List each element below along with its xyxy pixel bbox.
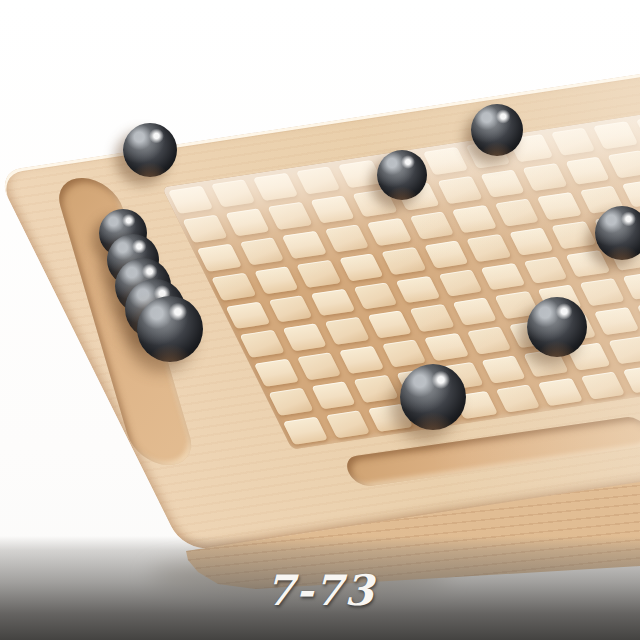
grid-cell[interactable] [608,150,640,178]
grid-cell[interactable] [310,288,355,316]
grid-cell[interactable] [593,121,638,149]
grid-cell[interactable] [225,301,270,329]
grid-cell[interactable] [438,269,483,297]
grid-cell[interactable] [424,240,469,268]
grid-cell[interactable] [594,307,639,335]
hematite-ball[interactable] [527,297,587,357]
grid-cell[interactable] [466,234,511,262]
grid-cell[interactable] [253,266,298,294]
hematite-ball[interactable] [137,296,203,362]
grid-cell[interactable] [282,231,327,259]
grid-cell[interactable] [325,317,370,345]
grid-cell[interactable] [581,372,626,400]
grid-cell[interactable] [295,166,340,194]
hematite-ball[interactable] [595,206,640,260]
grid-cell[interactable] [339,346,384,374]
grid-cell[interactable] [538,378,583,406]
grid-cell[interactable] [324,224,369,252]
hematite-ball[interactable] [123,123,177,177]
grid-cell[interactable] [423,147,468,175]
grid-cell[interactable] [551,128,596,156]
grid-cell[interactable] [268,295,313,323]
hematite-ball[interactable] [471,104,523,156]
grid-cell[interactable] [580,279,625,307]
grid-cell[interactable] [297,353,342,381]
grid-cell[interactable] [311,382,356,410]
grid-cell[interactable] [437,176,482,204]
grid-cell[interactable] [494,198,539,226]
grid-cell[interactable] [268,388,313,416]
grid-cell[interactable] [182,215,227,243]
grid-cell[interactable] [636,115,640,143]
grid-cell[interactable] [267,202,312,230]
hematite-ball[interactable] [400,364,466,430]
grid-cell[interactable] [523,256,568,284]
grid-cell[interactable] [424,333,469,361]
grid-cell[interactable] [296,260,341,288]
grid-cell[interactable] [467,327,512,355]
grid-cell[interactable] [210,179,255,207]
grid-cell[interactable] [211,272,256,300]
grid-cell[interactable] [283,417,328,445]
grid-cell[interactable] [197,244,242,272]
grid-cell[interactable] [410,304,455,332]
grid-cell[interactable] [367,311,412,339]
grid-cell[interactable] [523,163,568,191]
grid-cell[interactable] [240,330,285,358]
grid-cell[interactable] [367,218,412,246]
grid-cell[interactable] [537,192,582,220]
grid-cell[interactable] [495,385,540,413]
photo-scene: 7-73 [0,0,640,640]
grid-cell[interactable] [481,263,526,291]
hematite-ball[interactable] [377,150,427,200]
grid-cell[interactable] [551,221,596,249]
grid-cell[interactable] [239,237,284,265]
grid-cell[interactable] [566,250,611,278]
grid-cell[interactable] [452,205,497,233]
grid-cell[interactable] [609,336,640,364]
grid-cell[interactable] [623,272,640,300]
grid-cell[interactable] [168,186,213,214]
grid-cell[interactable] [353,282,398,310]
grid-cell[interactable] [310,195,355,223]
grid-cell[interactable] [509,227,554,255]
grid-cell[interactable] [481,356,526,384]
grid-cell[interactable] [325,410,370,438]
caption-text: 7-73 [0,566,640,615]
grid-cell[interactable] [409,211,454,239]
grid-cell[interactable] [381,247,426,275]
grid-cell[interactable] [282,324,327,352]
grid-cell[interactable] [339,253,384,281]
grid-cell[interactable] [353,375,398,403]
grid-cell[interactable] [382,340,427,368]
grid-cell[interactable] [622,179,640,207]
grid-cell[interactable] [565,156,610,184]
grid-cell[interactable] [254,359,299,387]
grid-cell[interactable] [623,365,640,393]
grid-cell[interactable] [395,275,440,303]
grid-cell[interactable] [253,173,298,201]
grid-cell[interactable] [452,298,497,326]
grid-cell[interactable] [225,208,270,236]
grid-cell[interactable] [480,169,525,197]
